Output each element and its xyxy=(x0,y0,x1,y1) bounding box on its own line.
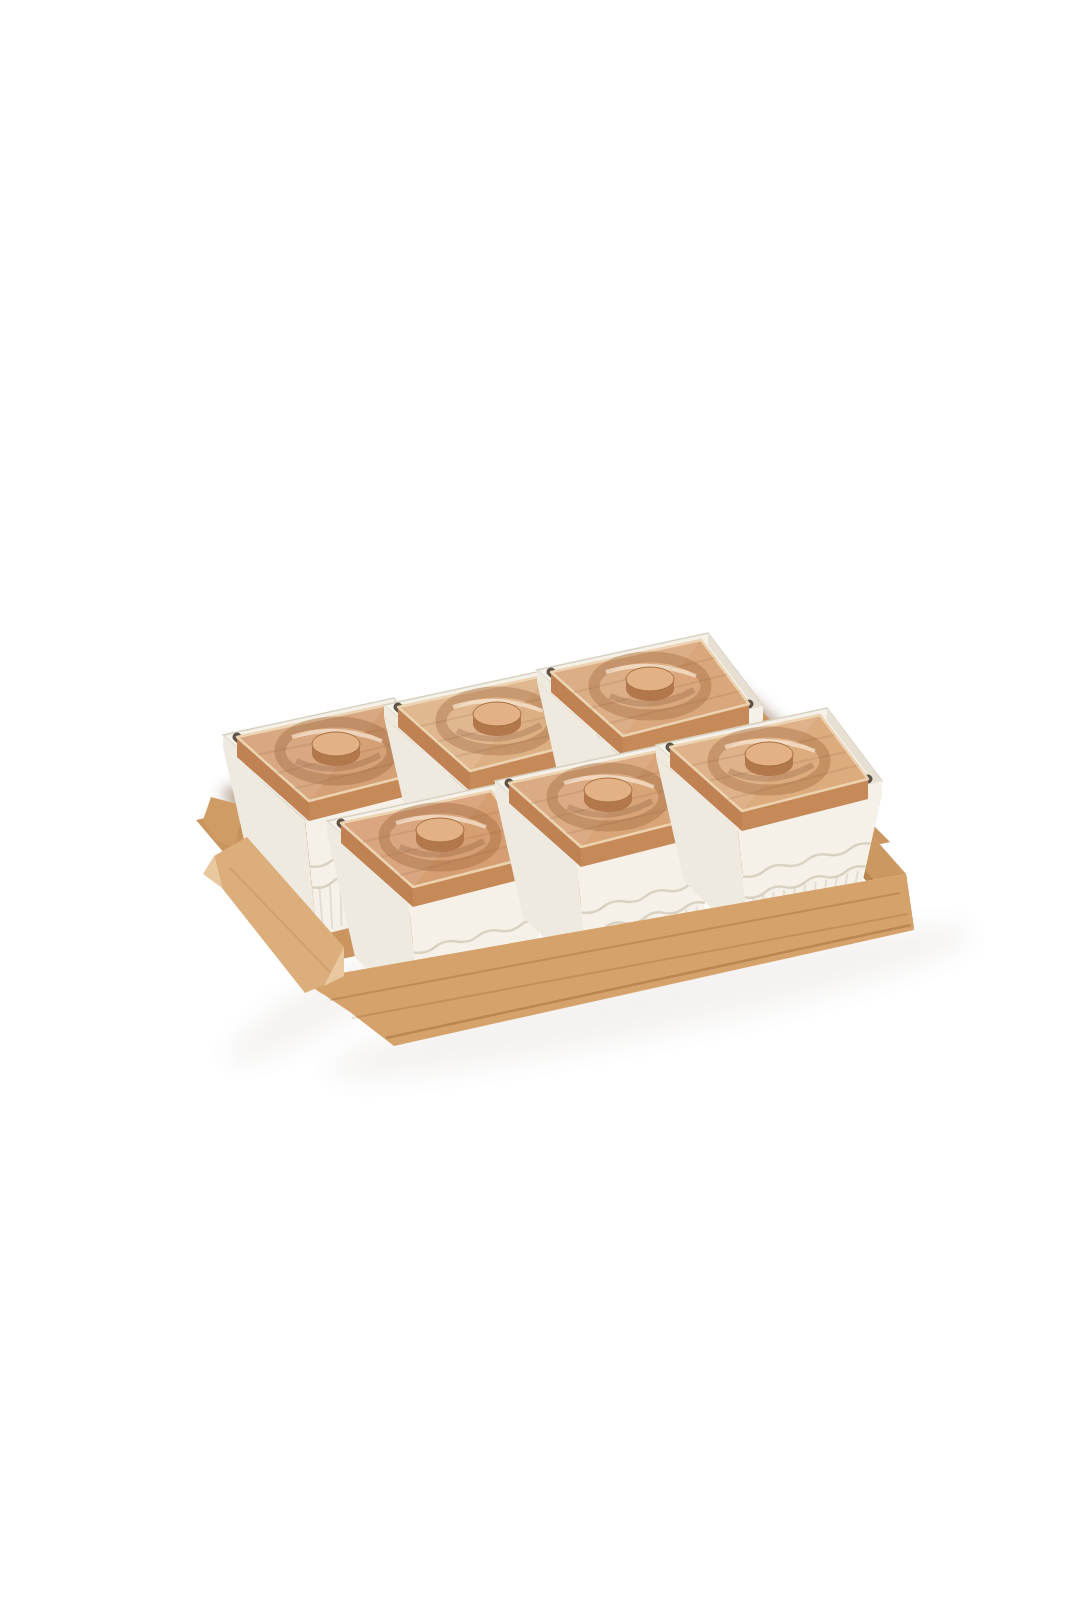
product-photo xyxy=(0,0,1070,1600)
lid-knob-top xyxy=(473,702,521,726)
lid-knob-top xyxy=(312,732,360,756)
lid-knob-top xyxy=(416,818,464,842)
lid-knob-top xyxy=(745,742,793,766)
lid-knob-top xyxy=(626,667,674,691)
lid-knob-top xyxy=(584,778,632,802)
